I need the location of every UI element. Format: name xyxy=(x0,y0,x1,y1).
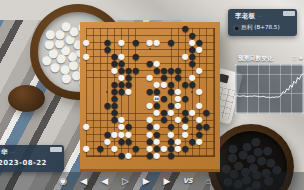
game-date: 2023-08-22 xyxy=(0,159,47,167)
navigation-toolbar: ◉◀◀▷▶▶VS☝ xyxy=(0,172,304,190)
white-stone: ● xyxy=(83,123,90,130)
black-stone: ● xyxy=(132,39,139,46)
forward-icon[interactable]: ▶ xyxy=(138,174,154,188)
top-player-panel: 李老板··· ● 胜利 (B+78.5) xyxy=(228,9,297,36)
white-stone: ● xyxy=(153,39,160,46)
black-stone: ● xyxy=(132,53,139,60)
keypad-screen xyxy=(218,73,229,83)
bottom-player-tag: ··· xyxy=(10,150,15,155)
white-stone: ● xyxy=(118,39,125,46)
black-stone: ● xyxy=(189,138,196,145)
black-stone: ● xyxy=(189,81,196,88)
fast-back-icon[interactable]: ◀ xyxy=(76,174,92,188)
black-stone: ● xyxy=(263,145,273,156)
white-stone: ● xyxy=(83,145,90,152)
hoshi-point xyxy=(191,91,193,93)
white-stone: ● xyxy=(41,54,51,66)
score-chart-panel: 预测目数变化 ◻◉ xyxy=(233,53,304,115)
white-stone: ● xyxy=(196,67,203,74)
white-stone: ● xyxy=(125,152,132,159)
target-icon[interactable]: ◉ xyxy=(299,54,303,60)
top-player-tag: ··· xyxy=(257,14,262,19)
black-stone: ● xyxy=(181,145,188,152)
hoshi-point xyxy=(106,91,108,93)
black-stone-icon: ● xyxy=(234,25,239,31)
scene: ●●●●●●●●●●●●●●●●●●●●●●●●●●●●●●●●●● ●●●●●… xyxy=(0,0,304,190)
white-stone: ● xyxy=(61,72,71,84)
play-icon[interactable]: ▷ xyxy=(117,174,133,188)
vs-button[interactable]: VS xyxy=(180,174,196,188)
black-stone: ● xyxy=(181,95,188,102)
chart-title: 预测目数变化 xyxy=(238,54,273,63)
hoshi-point xyxy=(149,48,151,50)
black-stone: ● xyxy=(97,145,104,152)
corner-badge xyxy=(283,11,295,16)
black-stone: ● xyxy=(203,109,210,116)
black-stone: ● xyxy=(132,145,139,152)
black-stone: ● xyxy=(118,138,125,145)
black-stone: ● xyxy=(118,152,125,159)
black-stone: ● xyxy=(104,102,111,109)
white-stone: ● xyxy=(111,131,118,138)
white-stone: ● xyxy=(45,28,55,40)
black-stone: ● xyxy=(132,67,139,74)
last-move-label: 88 xyxy=(154,96,159,101)
white-stone: ● xyxy=(83,53,90,60)
corner-badge xyxy=(50,147,62,152)
white-stone: ● xyxy=(125,88,132,95)
black-stone: ● xyxy=(228,143,238,154)
white-stone: ● xyxy=(196,46,203,53)
white-stone: ● xyxy=(189,109,196,116)
top-player-result: ● 胜利 (B+78.5) xyxy=(234,24,280,32)
hoshi-point xyxy=(191,133,193,135)
black-stone: ● xyxy=(189,60,196,67)
bottom-player-name: 华··· xyxy=(1,148,15,157)
black-stone: ● xyxy=(104,46,111,53)
white-stone: ● xyxy=(111,145,118,152)
score-chart-line xyxy=(236,65,303,113)
black-stone: ● xyxy=(203,123,210,130)
black-stone: ● xyxy=(167,39,174,46)
marker-icon[interactable]: ◉ xyxy=(55,174,71,188)
white-stone: ● xyxy=(196,102,203,109)
black-stone: ● xyxy=(111,116,118,123)
black-stone: ● xyxy=(118,88,125,95)
white-stone: ● xyxy=(61,20,71,32)
white-stone: ● xyxy=(196,138,203,145)
black-stone: ● xyxy=(125,138,132,145)
back-icon[interactable]: ◀ xyxy=(97,174,113,188)
white-stone: ● xyxy=(104,138,111,145)
hand-icon[interactable]: ☝ xyxy=(201,174,217,188)
go-board[interactable]: ●●●●●●●●●●●●●●●●●●●●●●●●●●●●●●●●●●●●●●●●… xyxy=(80,22,220,169)
expand-icon[interactable]: ◻ xyxy=(292,54,296,60)
white-stone: ● xyxy=(111,67,118,74)
fast-forward-icon[interactable]: ▶ xyxy=(159,174,175,188)
white-stone: ● xyxy=(196,88,203,95)
black-stone: ● xyxy=(251,136,261,147)
bottom-player-panel: 华··· 2023-08-22 xyxy=(0,145,64,172)
top-player-name: 李老板··· xyxy=(235,12,262,21)
chart-icons: ◻◉ xyxy=(292,54,303,60)
chart-plot[interactable] xyxy=(235,64,304,114)
white-stone: ● xyxy=(153,152,160,159)
bowl-lid xyxy=(8,85,45,112)
black-stone: ● xyxy=(167,152,174,159)
white-stone: ● xyxy=(83,39,90,46)
